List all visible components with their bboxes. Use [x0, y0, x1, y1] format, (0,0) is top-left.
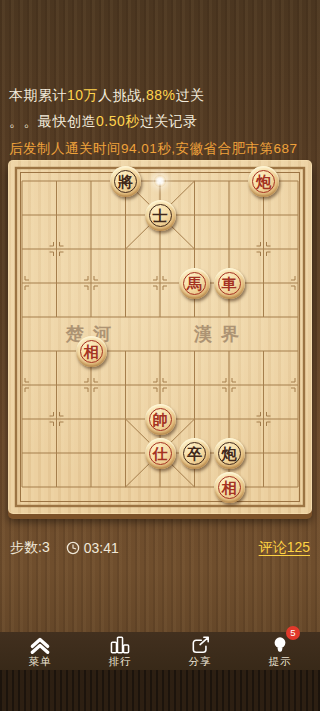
piece-red-chariot[interactable]: 車	[214, 268, 245, 299]
line1-count: 10万	[67, 87, 98, 103]
share-icon	[190, 636, 211, 654]
nav-label-hint: 提示	[269, 655, 292, 669]
nav-label-ranking: 排行	[109, 655, 132, 669]
piece-ring: 士	[149, 204, 172, 227]
piece-black-soldier[interactable]: 卒	[179, 438, 210, 469]
move-counter: 步数:3	[10, 539, 50, 557]
piece-character: 仕	[153, 446, 168, 461]
piece-black-general[interactable]: 將	[110, 166, 141, 197]
comments-link[interactable]: 评论125	[259, 539, 310, 557]
piece-ring: 馬	[183, 272, 206, 295]
nav-label-share: 分享	[189, 655, 212, 669]
timer-value: 03:41	[84, 540, 119, 556]
piece-ring: 帥	[149, 408, 172, 431]
piece-character: 將	[118, 174, 133, 189]
player-record-line3: 后发制人通关时间94.01秒,安徽省合肥市第687	[9, 140, 316, 158]
line2-text2: 过关记录	[140, 113, 198, 129]
piece-grid: 將炮士馬車相帥仕卒炮相	[5, 164, 316, 504]
nav-item-hint[interactable]: 5 提示	[240, 632, 320, 670]
challenge-stats-line1: 本期累计10万人挑战,88%过关	[9, 87, 316, 105]
nav-item-share[interactable]: 分享	[160, 632, 240, 670]
line2-time: 0.50秒	[96, 113, 140, 129]
nav-label-menu: 菜单	[29, 655, 52, 669]
hint-bulb-icon	[271, 636, 289, 654]
piece-ring: 將	[114, 170, 137, 193]
menu-up-icon	[29, 636, 51, 654]
last-move-highlight-dot	[154, 175, 166, 187]
piece-character: 炮	[222, 446, 237, 461]
piece-ring: 車	[218, 272, 241, 295]
nav-item-menu[interactable]: 菜单	[0, 632, 80, 670]
piece-red-elephant[interactable]: 相	[214, 472, 245, 503]
line1-text2: 人挑战,	[98, 87, 146, 103]
piece-character: 車	[222, 276, 237, 291]
piece-character: 士	[153, 208, 168, 223]
piece-ring: 炮	[252, 170, 275, 193]
bottom-dark-strip	[0, 670, 320, 711]
piece-character: 相	[222, 480, 237, 495]
clock-icon	[66, 541, 80, 555]
game-stats-row: 步数:3 03:41 评论125	[10, 538, 310, 558]
piece-red-elephant[interactable]: 相	[76, 336, 107, 367]
piece-character: 卒	[187, 446, 202, 461]
app-screen: { "game": "xiangqi", "app_context": "Chi…	[0, 0, 320, 711]
piece-red-horse[interactable]: 馬	[179, 268, 210, 299]
line2-text: 。。最快创造	[9, 113, 96, 129]
bottom-nav-bar: 菜单 排行 分享 5 提示	[0, 632, 320, 670]
ranking-bars-icon	[109, 636, 131, 654]
piece-black-cannon[interactable]: 炮	[214, 438, 245, 469]
record-stats-line2: 。。最快创造0.50秒过关记录	[9, 113, 316, 131]
nav-item-ranking[interactable]: 排行	[80, 632, 160, 670]
piece-character: 馬	[187, 276, 202, 291]
piece-character: 帥	[153, 412, 168, 427]
piece-ring: 仕	[149, 442, 172, 465]
piece-ring: 相	[218, 476, 241, 499]
piece-ring: 炮	[218, 442, 241, 465]
timer: 03:41	[66, 540, 119, 556]
piece-ring: 相	[80, 340, 103, 363]
line1-percent: 88%	[146, 87, 176, 103]
piece-character: 相	[84, 344, 99, 359]
piece-ring: 卒	[183, 442, 206, 465]
hint-badge: 5	[286, 626, 300, 640]
piece-character: 炮	[256, 174, 271, 189]
piece-red-cannon[interactable]: 炮	[248, 166, 279, 197]
piece-red-advisor[interactable]: 仕	[145, 438, 176, 469]
line1-text3: 过关	[176, 87, 205, 103]
line1-text: 本期累计	[9, 87, 67, 103]
piece-black-advisor[interactable]: 士	[145, 200, 176, 231]
piece-red-general[interactable]: 帥	[145, 404, 176, 435]
